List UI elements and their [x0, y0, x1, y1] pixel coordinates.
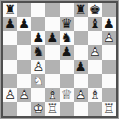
square-g1[interactable] [88, 102, 102, 116]
square-c7[interactable] [31, 17, 45, 31]
piece-white-pawn: ♟♙ [3, 88, 17, 102]
piece-black-pawn: ♟ [102, 17, 116, 31]
square-a6[interactable] [3, 31, 17, 45]
piece-black-king: ♚ [88, 3, 102, 17]
piece-black-pawn: ♟ [45, 31, 59, 45]
square-h5[interactable] [102, 45, 116, 59]
square-c4[interactable]: ♟♙ [31, 60, 45, 74]
piece-white-pawn: ♟♙ [102, 31, 116, 45]
chess-board: ♜♜♚♟♟♛♝♟♟♟♞♟♙♞♟♟♙♟♙♟♞♘♟♙♟♙♝♗♛♕♟♙♝♗♚♔♜♖♜♖ [1, 1, 118, 118]
square-c1[interactable]: ♚♔ [31, 102, 45, 116]
square-a3[interactable] [3, 74, 17, 88]
piece-black-rook: ♜ [74, 3, 88, 17]
square-c8[interactable] [31, 3, 45, 17]
square-a4[interactable] [3, 60, 17, 74]
square-h8[interactable] [102, 3, 116, 17]
square-a2[interactable]: ♟♙ [3, 88, 17, 102]
square-h6[interactable]: ♟♙ [102, 31, 116, 45]
square-g3[interactable] [88, 74, 102, 88]
square-h7[interactable]: ♟ [102, 17, 116, 31]
square-c2[interactable] [31, 88, 45, 102]
square-h3[interactable] [102, 74, 116, 88]
piece-black-knight: ♞ [60, 31, 74, 45]
piece-white-rook: ♜♖ [45, 102, 59, 116]
square-h2[interactable] [102, 88, 116, 102]
piece-white-queen: ♛♕ [60, 88, 74, 102]
piece-black-pawn: ♟ [60, 45, 74, 59]
square-d4[interactable] [45, 60, 59, 74]
square-e8[interactable] [60, 3, 74, 17]
square-c6[interactable]: ♟ [31, 31, 45, 45]
square-a1[interactable] [3, 102, 17, 116]
square-f2[interactable]: ♟♙ [74, 88, 88, 102]
square-b5[interactable] [17, 45, 31, 59]
square-e6[interactable]: ♞ [60, 31, 74, 45]
piece-black-pawn: ♟ [74, 60, 88, 74]
square-e2[interactable]: ♛♕ [60, 88, 74, 102]
square-c3[interactable]: ♞♘ [31, 74, 45, 88]
square-e3[interactable] [60, 74, 74, 88]
square-b3[interactable] [17, 74, 31, 88]
square-b6[interactable] [17, 31, 31, 45]
square-f8[interactable]: ♜ [74, 3, 88, 17]
square-g7[interactable]: ♝ [88, 17, 102, 31]
square-h1[interactable]: ♜♖ [102, 102, 116, 116]
chess-board-frame: ♜♜♚♟♟♛♝♟♟♟♞♟♙♞♟♟♙♟♙♟♞♘♟♙♟♙♝♗♛♕♟♙♝♗♚♔♜♖♜♖ [0, 0, 119, 119]
piece-white-knight: ♞♘ [31, 74, 45, 88]
square-e1[interactable] [60, 102, 74, 116]
square-g2[interactable]: ♝♗ [88, 88, 102, 102]
piece-black-queen: ♛ [60, 17, 74, 31]
piece-white-bishop: ♝♗ [88, 88, 102, 102]
square-g4[interactable] [88, 60, 102, 74]
square-e7[interactable]: ♛ [60, 17, 74, 31]
square-f7[interactable] [74, 17, 88, 31]
square-d6[interactable]: ♟ [45, 31, 59, 45]
square-f5[interactable] [74, 45, 88, 59]
piece-black-pawn: ♟ [17, 17, 31, 31]
piece-white-pawn: ♟♙ [31, 60, 45, 74]
square-a8[interactable]: ♜ [3, 3, 17, 17]
square-a7[interactable]: ♟ [3, 17, 17, 31]
square-b7[interactable]: ♟ [17, 17, 31, 31]
square-e5[interactable]: ♟ [60, 45, 74, 59]
piece-black-rook: ♜ [3, 3, 17, 17]
square-c5[interactable]: ♞ [31, 45, 45, 59]
piece-white-pawn: ♟♙ [88, 45, 102, 59]
piece-white-rook: ♜♖ [102, 102, 116, 116]
piece-black-bishop: ♝ [88, 17, 102, 31]
piece-white-bishop: ♝♗ [45, 88, 59, 102]
square-g5[interactable]: ♟♙ [88, 45, 102, 59]
square-d3[interactable] [45, 74, 59, 88]
square-h4[interactable] [102, 60, 116, 74]
piece-black-knight: ♞ [31, 45, 45, 59]
square-f6[interactable] [74, 31, 88, 45]
square-g8[interactable]: ♚ [88, 3, 102, 17]
square-d7[interactable] [45, 17, 59, 31]
square-d2[interactable]: ♝♗ [45, 88, 59, 102]
square-e4[interactable] [60, 60, 74, 74]
square-d8[interactable] [45, 3, 59, 17]
square-f1[interactable] [74, 102, 88, 116]
square-b4[interactable] [17, 60, 31, 74]
piece-white-king: ♚♔ [31, 102, 45, 116]
square-d1[interactable]: ♜♖ [45, 102, 59, 116]
piece-white-pawn: ♟♙ [74, 88, 88, 102]
square-b1[interactable] [17, 102, 31, 116]
square-a5[interactable] [3, 45, 17, 59]
piece-white-pawn: ♟♙ [17, 88, 31, 102]
square-b2[interactable]: ♟♙ [17, 88, 31, 102]
piece-black-pawn: ♟ [3, 17, 17, 31]
chess-diagram: ♜♜♚♟♟♛♝♟♟♟♞♟♙♞♟♟♙♟♙♟♞♘♟♙♟♙♝♗♛♕♟♙♝♗♚♔♜♖♜♖ [0, 0, 119, 119]
piece-black-pawn: ♟ [31, 31, 45, 45]
square-b8[interactable] [17, 3, 31, 17]
square-g6[interactable] [88, 31, 102, 45]
square-f4[interactable]: ♟ [74, 60, 88, 74]
square-d5[interactable] [45, 45, 59, 59]
square-f3[interactable] [74, 74, 88, 88]
